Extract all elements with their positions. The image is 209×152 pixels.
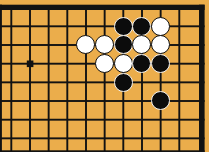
- black-stone: [114, 73, 133, 92]
- black-stone: [114, 17, 133, 36]
- white-stone: [132, 35, 151, 54]
- white-stone: [76, 35, 95, 54]
- go-diagram: [0, 0, 209, 152]
- white-stone: [151, 17, 170, 36]
- bottom-cut-line: [0, 150, 205, 152]
- white-stone: [114, 54, 133, 73]
- white-stone: [95, 54, 114, 73]
- white-stone: [95, 35, 114, 54]
- black-stone: [132, 17, 151, 36]
- black-stone: [151, 91, 170, 110]
- black-stone: [132, 54, 151, 73]
- black-stone: [151, 54, 170, 73]
- white-stone: [151, 35, 170, 54]
- black-stone: [114, 35, 133, 54]
- goban[interactable]: [2, 0, 207, 148]
